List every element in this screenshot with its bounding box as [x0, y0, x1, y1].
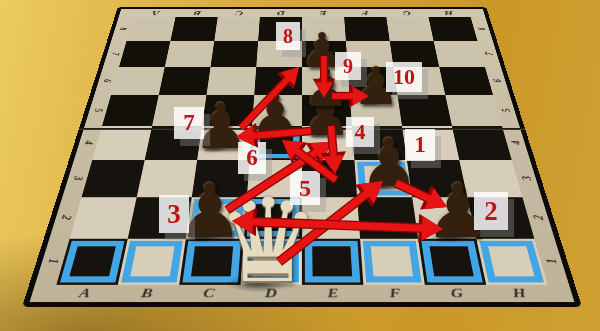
- move-label-3-c2: 3: [159, 195, 189, 233]
- move-label-4-e4: 4: [346, 117, 374, 147]
- pieces-and-labels-overlay: ♛♟♟♟♟♟♟♟♟♟12345678910: [0, 0, 600, 331]
- chess-lesson-photo: ABCDEFGHABCDEFGH8877665544332211 ♛♟♟♟♟♟♟…: [0, 0, 600, 331]
- move-label-7-c4: 7: [174, 107, 204, 139]
- move-label-1-f3: 1: [405, 129, 435, 161]
- black-pawn-d4[interactable]: ♟: [250, 87, 300, 143]
- move-label-2-g2: 2: [474, 192, 508, 230]
- move-label-10-f5: 10: [386, 62, 422, 92]
- move-label-6-d4: 6: [238, 142, 266, 174]
- move-label-5-e3: 5: [290, 171, 320, 205]
- move-label-9-e5: 9: [335, 52, 361, 80]
- move-label-8-e6: 8: [276, 22, 300, 50]
